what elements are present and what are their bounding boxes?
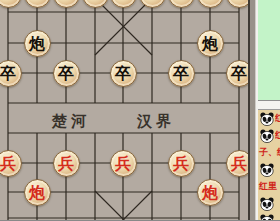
piece-炮-red[interactable]: 炮 bbox=[197, 179, 224, 206]
piece-glyph: 兵 bbox=[115, 156, 131, 172]
piece-兵-red[interactable]: 兵 bbox=[0, 150, 22, 177]
piece-glyph: 卒 bbox=[58, 66, 74, 82]
panda-icon bbox=[260, 163, 274, 177]
piece-glyph: 卒 bbox=[115, 66, 131, 82]
chat-row: 红 bbox=[258, 127, 280, 144]
piece-炮-black[interactable]: 炮 bbox=[197, 30, 224, 57]
piece-glyph: 兵 bbox=[0, 156, 16, 172]
panel-divider bbox=[258, 100, 280, 110]
river-label-han: 汉界 bbox=[137, 111, 175, 131]
piece-卒-black[interactable]: 卒 bbox=[53, 60, 80, 87]
xiangqi-game-screen: 楚河 汉界 炮炮卒卒卒卒卒兵兵兵兵兵炮炮 红 红子、红 红里 bbox=[0, 0, 280, 220]
piece-兵-red[interactable]: 兵 bbox=[53, 150, 80, 177]
chat-row: 子、红 bbox=[258, 144, 280, 161]
chat-text: 子、红 bbox=[259, 146, 280, 159]
piece-炮-red[interactable]: 炮 bbox=[24, 179, 51, 206]
side-panel bbox=[258, 0, 280, 100]
chat-row: 红里 bbox=[258, 178, 280, 195]
piece-卒-black[interactable]: 卒 bbox=[168, 60, 195, 87]
piece-glyph: 炮 bbox=[29, 36, 45, 52]
chat-text-fragment: 红 bbox=[275, 129, 280, 142]
piece-卒-black[interactable]: 卒 bbox=[0, 60, 22, 87]
piece-兵-red[interactable]: 兵 bbox=[168, 150, 195, 177]
panda-icon bbox=[260, 197, 274, 211]
piece-glyph: 兵 bbox=[58, 156, 74, 172]
piece-glyph: 卒 bbox=[173, 66, 189, 82]
panda-icon bbox=[260, 214, 274, 221]
chat-row bbox=[258, 161, 280, 178]
piece-glyph: 兵 bbox=[173, 156, 189, 172]
chat-text: 红里 bbox=[259, 180, 277, 193]
piece-glyph: 炮 bbox=[202, 185, 218, 201]
chat-row: 红 bbox=[258, 110, 280, 127]
chat-panel[interactable]: 红 红子、红 红里 bbox=[258, 110, 280, 220]
piece-glyph: 卒 bbox=[231, 66, 247, 82]
panda-icon bbox=[260, 112, 274, 126]
piece-glyph: 炮 bbox=[29, 185, 45, 201]
piece-glyph: 兵 bbox=[231, 156, 247, 172]
chat-row bbox=[258, 212, 280, 220]
piece-卒-black[interactable]: 卒 bbox=[110, 60, 137, 87]
chat-text-fragment: 红 bbox=[275, 112, 280, 125]
piece-炮-black[interactable]: 炮 bbox=[24, 30, 51, 57]
piece-兵-red[interactable]: 兵 bbox=[110, 150, 137, 177]
river-label-chu: 楚河 bbox=[52, 111, 90, 131]
chat-row bbox=[258, 195, 280, 212]
window-frame-edge bbox=[248, 0, 258, 220]
piece-glyph: 炮 bbox=[202, 36, 218, 52]
panda-icon bbox=[260, 129, 274, 143]
piece-glyph: 卒 bbox=[0, 66, 16, 82]
